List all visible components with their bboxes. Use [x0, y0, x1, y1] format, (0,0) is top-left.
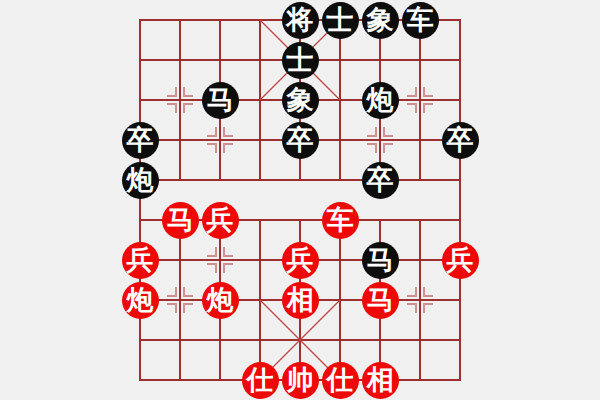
black-advisor-disc: 士 — [282, 42, 319, 79]
red-elephant-glyph: 相 — [287, 281, 314, 318]
piece-red-soldier[interactable]: 兵 — [200, 200, 240, 240]
piece-red-general[interactable]: 帅 — [280, 360, 320, 400]
piece-red-elephant[interactable]: 相 — [280, 280, 320, 320]
piece-black-chariot[interactable]: 车 — [400, 0, 440, 40]
red-horse-glyph: 马 — [367, 281, 394, 318]
piece-red-soldier[interactable]: 兵 — [280, 240, 320, 280]
black-advisor-disc: 士 — [322, 2, 359, 39]
piece-black-advisor[interactable]: 士 — [320, 0, 360, 40]
black-cannon-disc: 炮 — [122, 162, 159, 199]
black-soldier-glyph: 卒 — [127, 121, 154, 158]
black-advisor-glyph: 士 — [327, 1, 354, 38]
black-horse-disc: 马 — [362, 242, 399, 279]
red-horse-disc: 马 — [162, 202, 199, 239]
black-soldier-glyph: 卒 — [287, 121, 314, 158]
piece-red-horse[interactable]: 马 — [360, 280, 400, 320]
red-soldier-glyph: 兵 — [127, 241, 154, 278]
piece-black-general[interactable]: 将 — [280, 0, 320, 40]
black-chariot-glyph: 车 — [407, 1, 434, 38]
red-soldier-glyph: 兵 — [287, 241, 314, 278]
red-general-disc: 帅 — [282, 362, 319, 399]
black-general-disc: 将 — [282, 2, 319, 39]
pieces-layer: 将士象车士马象炮卒卒卒炮卒马马兵车兵兵兵炮炮相马仕帅仕相 — [120, 0, 480, 400]
black-cannon-disc: 炮 — [362, 82, 399, 119]
red-horse-disc: 马 — [362, 282, 399, 319]
piece-black-horse[interactable]: 马 — [360, 240, 400, 280]
black-cannon-glyph: 炮 — [127, 161, 154, 198]
red-chariot-disc: 车 — [322, 202, 359, 239]
red-elephant-disc: 相 — [282, 282, 319, 319]
black-soldier-disc: 卒 — [122, 122, 159, 159]
piece-black-soldier[interactable]: 卒 — [360, 160, 400, 200]
xiangqi-board[interactable]: 将士象车士马象炮卒卒卒炮卒马马兵车兵兵兵炮炮相马仕帅仕相 — [0, 0, 600, 400]
red-soldier-disc: 兵 — [122, 242, 159, 279]
red-advisor-glyph: 仕 — [327, 361, 354, 398]
black-elephant-disc: 象 — [282, 82, 319, 119]
piece-black-elephant[interactable]: 象 — [280, 80, 320, 120]
black-general-glyph: 将 — [287, 1, 314, 38]
piece-black-elephant[interactable]: 象 — [360, 0, 400, 40]
piece-black-cannon[interactable]: 炮 — [360, 80, 400, 120]
black-soldier-glyph: 卒 — [447, 121, 474, 158]
red-soldier-glyph: 兵 — [447, 241, 474, 278]
black-advisor-glyph: 士 — [287, 41, 314, 78]
piece-red-cannon[interactable]: 炮 — [200, 280, 240, 320]
red-cannon-disc: 炮 — [202, 282, 239, 319]
piece-red-chariot[interactable]: 车 — [320, 200, 360, 240]
piece-black-advisor[interactable]: 士 — [280, 40, 320, 80]
red-chariot-glyph: 车 — [327, 201, 354, 238]
red-elephant-disc: 相 — [362, 362, 399, 399]
piece-red-elephant[interactable]: 相 — [360, 360, 400, 400]
black-chariot-disc: 车 — [402, 2, 439, 39]
black-horse-glyph: 马 — [207, 81, 234, 118]
piece-red-advisor[interactable]: 仕 — [320, 360, 360, 400]
red-advisor-glyph: 仕 — [247, 361, 274, 398]
red-elephant-glyph: 相 — [367, 361, 394, 398]
black-elephant-glyph: 象 — [367, 1, 394, 38]
red-cannon-glyph: 炮 — [127, 281, 154, 318]
piece-black-soldier[interactable]: 卒 — [120, 120, 160, 160]
black-soldier-disc: 卒 — [282, 122, 319, 159]
red-soldier-disc: 兵 — [282, 242, 319, 279]
black-soldier-disc: 卒 — [362, 162, 399, 199]
red-soldier-disc: 兵 — [442, 242, 479, 279]
black-elephant-disc: 象 — [362, 2, 399, 39]
piece-red-soldier[interactable]: 兵 — [440, 240, 480, 280]
red-general-glyph: 帅 — [287, 361, 314, 398]
piece-black-soldier[interactable]: 卒 — [440, 120, 480, 160]
red-soldier-glyph: 兵 — [207, 201, 234, 238]
piece-red-cannon[interactable]: 炮 — [120, 280, 160, 320]
piece-black-cannon[interactable]: 炮 — [120, 160, 160, 200]
red-cannon-disc: 炮 — [122, 282, 159, 319]
red-horse-glyph: 马 — [167, 201, 194, 238]
piece-red-horse[interactable]: 马 — [160, 200, 200, 240]
black-soldier-disc: 卒 — [442, 122, 479, 159]
piece-black-soldier[interactable]: 卒 — [280, 120, 320, 160]
black-horse-glyph: 马 — [367, 241, 394, 278]
red-advisor-disc: 仕 — [322, 362, 359, 399]
piece-red-advisor[interactable]: 仕 — [240, 360, 280, 400]
xiangqi-screenshot: 将士象车士马象炮卒卒卒炮卒马马兵车兵兵兵炮炮相马仕帅仕相 — [0, 0, 600, 400]
black-cannon-glyph: 炮 — [367, 81, 394, 118]
black-elephant-glyph: 象 — [287, 81, 314, 118]
piece-red-soldier[interactable]: 兵 — [120, 240, 160, 280]
black-soldier-glyph: 卒 — [367, 161, 394, 198]
red-advisor-disc: 仕 — [242, 362, 279, 399]
red-soldier-disc: 兵 — [202, 202, 239, 239]
black-horse-disc: 马 — [202, 82, 239, 119]
red-cannon-glyph: 炮 — [207, 281, 234, 318]
piece-black-horse[interactable]: 马 — [200, 80, 240, 120]
